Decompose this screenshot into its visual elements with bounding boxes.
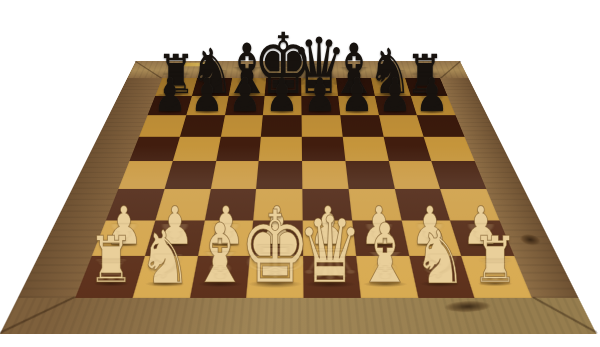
square-c4[interactable] — [210, 161, 259, 189]
piece-black-pawn-h7[interactable]: ♟ — [415, 72, 448, 119]
chess-set-photo: ♜♞♝♚♛♝♞♜♟♟♟♟♟♟♟♟♟♟♟♟♟♟♟♟♜♞♝♚♛♝♞♜ — [0, 0, 600, 347]
square-f4[interactable] — [345, 161, 394, 189]
piece-white-queen-e1[interactable]: ♛ — [297, 205, 363, 297]
square-c5[interactable] — [215, 137, 260, 161]
piece-black-pawn-c7[interactable]: ♟ — [228, 72, 261, 119]
piece-white-rook-a1[interactable]: ♜ — [88, 229, 134, 293]
square-g5[interactable] — [383, 137, 431, 161]
piece-black-pawn-d7[interactable]: ♟ — [266, 72, 299, 119]
square-d5[interactable] — [258, 137, 301, 161]
square-b5[interactable] — [172, 137, 220, 161]
piece-black-pawn-b7[interactable]: ♟ — [191, 72, 224, 119]
square-a5[interactable] — [129, 137, 179, 161]
square-e5[interactable] — [301, 137, 344, 161]
square-b4[interactable] — [164, 161, 215, 189]
piece-black-pawn-a7[interactable]: ♟ — [153, 72, 186, 119]
square-f5[interactable] — [342, 137, 388, 161]
piece-black-pawn-f7[interactable]: ♟ — [341, 72, 374, 119]
square-e4[interactable] — [302, 161, 348, 189]
piece-white-rook-h1[interactable]: ♜ — [472, 229, 518, 293]
piece-white-knight-b1[interactable]: ♞ — [139, 220, 192, 294]
square-d4[interactable] — [256, 161, 302, 189]
piece-white-knight-g1[interactable]: ♞ — [413, 220, 466, 294]
piece-black-pawn-e7[interactable]: ♟ — [303, 72, 336, 119]
piece-white-bishop-f1[interactable]: ♝ — [356, 213, 415, 295]
piece-black-pawn-g7[interactable]: ♟ — [378, 72, 411, 119]
